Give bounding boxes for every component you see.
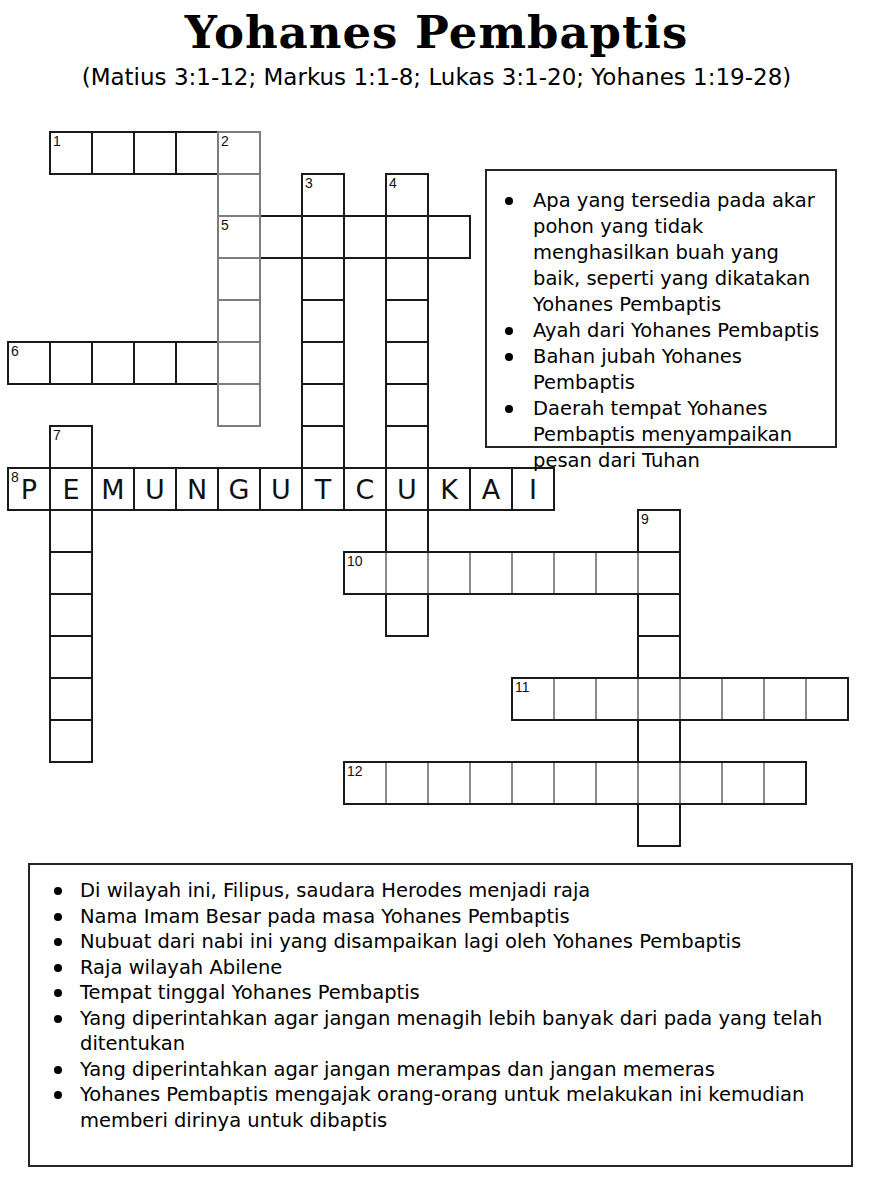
clue-item: Di wilayah ini, Filipus, saudara Herodes… bbox=[80, 878, 825, 904]
cell-mark: I bbox=[513, 469, 553, 509]
grid-cell[interactable] bbox=[51, 343, 93, 383]
grid-cell[interactable] bbox=[513, 763, 555, 803]
clue-item: Yang diperintahkan agar jangan menagih l… bbox=[80, 1006, 825, 1057]
cell-mark: 1 bbox=[51, 133, 91, 173]
clue-number: 8 bbox=[11, 470, 19, 484]
clue-box-right: Apa yang tersedia pada akar pohon yang t… bbox=[485, 169, 837, 448]
grid-cell[interactable] bbox=[429, 553, 471, 593]
cell-mark: E bbox=[51, 469, 91, 509]
cell-mark: G bbox=[219, 469, 259, 509]
clue-list-bottom: Di wilayah ini, Filipus, saudara Herodes… bbox=[30, 865, 851, 1133]
clue-number: 2 bbox=[221, 134, 229, 148]
grid-cell[interactable] bbox=[723, 679, 765, 719]
clue-number: 3 bbox=[305, 176, 313, 190]
cell-mark: U bbox=[261, 469, 301, 509]
grid-cell[interactable] bbox=[219, 175, 259, 217]
grid-cell[interactable] bbox=[639, 679, 681, 719]
crossword-worksheet: Yohanes Pembaptis (Matius 3:1-12; Markus… bbox=[0, 0, 873, 1177]
clue-item: Bahan jubah Yohanes Pembaptis bbox=[533, 344, 825, 396]
answer-letter: U bbox=[397, 470, 417, 510]
answer-letter: T bbox=[315, 470, 332, 510]
grid-cell[interactable] bbox=[597, 679, 639, 719]
cell-mark: 3 bbox=[303, 175, 343, 215]
grid-cell[interactable] bbox=[807, 679, 847, 719]
grid-cell[interactable] bbox=[555, 679, 597, 719]
grid-cell[interactable] bbox=[51, 553, 91, 595]
cell-mark: 8P bbox=[9, 469, 49, 509]
clue-item: Raja wilayah Abilene bbox=[80, 955, 825, 981]
answer-letter: C bbox=[356, 470, 375, 510]
cell-mark: 2 bbox=[219, 133, 259, 173]
clue-item: Nama Imam Besar pada masa Yohanes Pembap… bbox=[80, 904, 825, 930]
grid-cell[interactable] bbox=[303, 427, 343, 469]
clue-number: 11 bbox=[515, 680, 530, 694]
answer-letter: U bbox=[271, 470, 291, 510]
cell-mark: T bbox=[303, 469, 343, 509]
clue-number: 6 bbox=[11, 344, 19, 358]
clue-box-bottom: Di wilayah ini, Filipus, saudara Herodes… bbox=[28, 863, 853, 1167]
grid-cell[interactable] bbox=[723, 763, 765, 803]
grid-cell[interactable] bbox=[387, 553, 429, 593]
grid-cell[interactable] bbox=[93, 343, 135, 383]
answer-letter: A bbox=[482, 470, 500, 510]
grid-cell[interactable] bbox=[765, 679, 807, 719]
grid-cell[interactable] bbox=[513, 553, 555, 593]
cell-mark: U bbox=[135, 469, 175, 509]
grid-cell[interactable] bbox=[303, 301, 343, 343]
grid-cell[interactable] bbox=[303, 217, 343, 259]
grid-cell[interactable] bbox=[597, 763, 639, 803]
clue-number: 5 bbox=[221, 218, 229, 232]
grid-cell[interactable] bbox=[303, 259, 343, 301]
clue-number: 12 bbox=[347, 764, 363, 778]
grid-cell[interactable] bbox=[219, 301, 259, 343]
grid-cell[interactable] bbox=[681, 763, 723, 803]
grid-cell[interactable] bbox=[639, 763, 681, 803]
grid-cell[interactable] bbox=[219, 385, 259, 425]
grid-cell[interactable] bbox=[51, 679, 91, 721]
clue-list-right: Apa yang tersedia pada akar pohon yang t… bbox=[487, 171, 835, 474]
grid-cell[interactable] bbox=[51, 595, 91, 637]
clue-number: 10 bbox=[347, 554, 363, 568]
grid-cell[interactable] bbox=[429, 763, 471, 803]
grid-cell[interactable] bbox=[51, 511, 91, 553]
run-2-down bbox=[217, 131, 261, 427]
run-10-across bbox=[343, 551, 681, 595]
answer-letter: U bbox=[145, 470, 165, 510]
grid-cell[interactable] bbox=[765, 763, 805, 803]
answer-letter: N bbox=[187, 470, 207, 510]
run-12-across bbox=[343, 761, 807, 805]
cell-mark: 5 bbox=[219, 217, 259, 257]
clue-item: Apa yang tersedia pada akar pohon yang t… bbox=[533, 188, 825, 318]
grid-cell[interactable] bbox=[681, 679, 723, 719]
clue-item: Yohanes Pembaptis mengajak orang-orang u… bbox=[80, 1082, 825, 1133]
grid-cell[interactable] bbox=[387, 217, 427, 259]
clue-number: 1 bbox=[53, 134, 61, 148]
grid-cell[interactable] bbox=[303, 343, 343, 385]
answer-letter: I bbox=[529, 470, 537, 510]
clue-item: Tempat tinggal Yohanes Pembaptis bbox=[80, 980, 825, 1006]
grid-cell[interactable] bbox=[303, 385, 343, 427]
cell-mark: 9 bbox=[639, 511, 679, 551]
cell-mark: 10 bbox=[345, 553, 385, 593]
grid-cell[interactable] bbox=[345, 217, 387, 257]
cell-mark: 12 bbox=[345, 763, 385, 803]
grid-cell[interactable] bbox=[555, 763, 597, 803]
cell-mark: C bbox=[345, 469, 385, 509]
grid-cell[interactable] bbox=[177, 343, 219, 383]
answer-letter: P bbox=[21, 470, 37, 510]
grid-cell[interactable] bbox=[51, 637, 91, 679]
clue-item: Daerah tempat Yohanes Pembaptis menyampa… bbox=[533, 396, 825, 474]
grid-cell[interactable] bbox=[51, 721, 91, 761]
grid-cell[interactable] bbox=[639, 637, 679, 679]
clue-item: Ayah dari Yohanes Pembaptis bbox=[533, 318, 825, 344]
answer-letter: M bbox=[101, 470, 124, 510]
grid-cell[interactable] bbox=[387, 763, 429, 803]
cell-mark: 11 bbox=[513, 679, 553, 719]
grid-cell[interactable] bbox=[555, 553, 597, 593]
grid-cell[interactable] bbox=[639, 553, 679, 593]
grid-cell[interactable] bbox=[471, 763, 513, 803]
cell-mark: A bbox=[471, 469, 511, 509]
grid-cell[interactable] bbox=[639, 805, 679, 845]
grid-cell[interactable] bbox=[387, 259, 427, 301]
grid-cell[interactable] bbox=[261, 217, 303, 257]
grid-cell[interactable] bbox=[387, 301, 427, 343]
grid-cell[interactable] bbox=[429, 217, 469, 257]
grid-cell[interactable] bbox=[387, 343, 427, 385]
clue-item: Nubuat dari nabi ini yang disampaikan la… bbox=[80, 929, 825, 955]
answer-letter: G bbox=[229, 470, 250, 510]
grid-cell[interactable] bbox=[177, 133, 219, 173]
grid-cell[interactable] bbox=[639, 595, 679, 637]
cell-mark: K bbox=[429, 469, 469, 509]
grid-cell[interactable] bbox=[387, 427, 427, 469]
grid-cell[interactable] bbox=[219, 259, 259, 301]
run-11-across bbox=[511, 677, 849, 721]
answer-letter: E bbox=[62, 470, 79, 510]
grid-cell[interactable] bbox=[135, 133, 177, 173]
answer-letter: K bbox=[440, 470, 458, 510]
clue-item: Yang diperintahkan agar jangan merampas … bbox=[80, 1057, 825, 1083]
clue-number: 4 bbox=[389, 176, 397, 190]
grid-cell[interactable] bbox=[387, 385, 427, 427]
grid-cell[interactable] bbox=[135, 343, 177, 383]
grid-cell[interactable] bbox=[387, 511, 427, 553]
grid-cell[interactable] bbox=[93, 133, 135, 173]
clue-number: 9 bbox=[641, 512, 649, 526]
grid-cell[interactable] bbox=[387, 595, 427, 635]
cell-mark: N bbox=[177, 469, 217, 509]
cell-mark: M bbox=[93, 469, 133, 509]
clue-number: 7 bbox=[53, 428, 61, 442]
grid-cell[interactable] bbox=[639, 721, 679, 763]
grid-cell[interactable] bbox=[597, 553, 639, 593]
run-3-down bbox=[301, 173, 345, 511]
grid-cell[interactable] bbox=[471, 553, 513, 593]
cell-mark: U bbox=[387, 469, 427, 509]
grid-cell[interactable] bbox=[219, 343, 259, 385]
cell-mark: 7 bbox=[51, 427, 91, 467]
cell-mark: 6 bbox=[9, 343, 49, 383]
cell-mark: 4 bbox=[387, 175, 427, 215]
